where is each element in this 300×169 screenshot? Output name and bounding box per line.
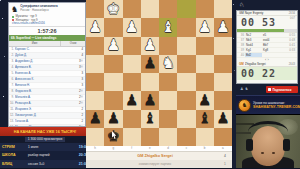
square-f8[interactable]	[123, 128, 141, 146]
square-e1[interactable]	[141, 0, 159, 18]
player-points: 3	[63, 83, 85, 88]
square-g3[interactable]: ♟	[104, 37, 122, 55]
player-points: 3	[63, 71, 85, 76]
black-player-name: Zhigalko Sergei	[245, 62, 289, 66]
white-pawn: ♟	[143, 38, 156, 53]
square-h1[interactable]	[86, 0, 104, 18]
headphones-band-icon	[248, 121, 288, 143]
subscribe-play-icon	[268, 88, 272, 92]
schedule-label: СТРИМ	[2, 145, 28, 149]
black-move[interactable]: Bb7	[262, 43, 279, 47]
square-g1[interactable]: ♚	[104, 0, 122, 18]
white-clock: 00 53 0:07	[237, 16, 297, 29]
caption-number-2: 1	[224, 162, 232, 166]
chess-board: ♚♟♟♝♟♟♟♟♟♞♟♟♟♟♟♝♝♟♚	[86, 0, 232, 146]
move-time: 0:41	[279, 43, 297, 47]
column-name: Имя	[9, 41, 61, 46]
square-b5[interactable]	[196, 73, 214, 91]
player-points: 2½	[63, 89, 85, 94]
promo-overlay: НА КАНАЛЕ НАС УЖЕ 16 ТЫСЯЧ! 1 300 000 пр…	[0, 127, 90, 168]
square-f5[interactable]	[123, 73, 141, 91]
player-points: 3½	[63, 59, 85, 64]
black-move[interactable]: e5	[262, 33, 279, 37]
streamer-eye	[261, 152, 264, 154]
white-king: ♚	[107, 2, 120, 17]
time-progress-bar	[237, 29, 297, 32]
square-c6[interactable]	[177, 91, 195, 109]
square-d8[interactable]	[159, 128, 177, 146]
move-number: 38	[237, 43, 245, 47]
schedule-row: БЛИЦсессия 3+021:00	[0, 160, 90, 168]
square-a7[interactable]: ♟	[214, 110, 232, 128]
square-e7[interactable]: ♝	[141, 110, 159, 128]
caption-subtext: комментирует партию	[86, 162, 224, 166]
white-clock-time: 00 53	[241, 17, 276, 28]
round-timer: 1:57:26	[9, 26, 85, 35]
white-pawn: ♟	[88, 20, 101, 35]
player-link[interactable]: Дубов Д.	[15, 53, 63, 58]
move-list: 36Nc2e50:5537Nb3exd40:4838Nxd4Bb70:4139K…	[237, 32, 297, 58]
player-points: 2	[63, 119, 85, 124]
standings-table: 1.Карякин С.42.Дубов Д.43.Андрейкин Д.3½…	[9, 47, 85, 127]
player-points: 3	[63, 77, 85, 82]
background-stars	[0, 0, 1, 1]
square-d6[interactable]	[159, 91, 177, 109]
black-pawn: ♟	[125, 93, 138, 108]
green-dot-icon	[12, 16, 14, 18]
knight-corner-icon: ♘	[239, 1, 244, 8]
player-link[interactable]: Карякин С.	[15, 47, 63, 52]
square-b7[interactable]: ♝	[196, 110, 214, 128]
square-b3[interactable]	[196, 37, 214, 55]
schedule-table: СТРИМ1 июля19:00ШКОЛАразбор партий20:30Б…	[0, 143, 90, 168]
black-pawn: ♟	[107, 111, 120, 126]
headphone-cup-left	[246, 139, 253, 151]
black-pawn: ♟	[198, 93, 211, 108]
square-e4[interactable]: ♟	[141, 55, 159, 73]
move-time: 0:33	[279, 48, 297, 52]
square-h5[interactable]	[86, 73, 104, 91]
black-clock: 00 22	[237, 67, 297, 80]
tournament-card: ♞ Суперфинал чемпионата России · Новосиб…	[8, 2, 86, 127]
views-count: 1 300 000 просмотров	[25, 137, 66, 142]
white-move[interactable]: Nxd4	[245, 43, 262, 47]
square-c2[interactable]	[177, 18, 195, 36]
square-d2[interactable]: ♝	[159, 18, 177, 36]
black-king: ♚	[107, 129, 120, 144]
square-c3[interactable]	[177, 37, 195, 55]
square-g4[interactable]	[104, 55, 122, 73]
white-player-rating: 2634	[289, 11, 295, 15]
square-e3[interactable]: ♟	[141, 37, 159, 55]
square-e6[interactable]: ♟	[141, 91, 159, 109]
black-clock-time: 00 22	[241, 68, 276, 79]
schedule-description: сессия 3+0	[28, 162, 79, 166]
move-time: 0:55	[279, 33, 297, 37]
black-move[interactable]	[262, 53, 279, 57]
headphone-cup-right	[283, 139, 290, 151]
square-d5[interactable]	[159, 73, 177, 91]
board-caption-primary: GM Zhigalko Sergei 4	[86, 151, 232, 160]
player-points: 2½	[63, 101, 85, 106]
schedule-description: разбор партий	[28, 153, 79, 157]
player-link[interactable]: Гоганов А.	[15, 119, 63, 124]
black-pawn: ♟	[143, 93, 156, 108]
white-knight: ♞	[161, 56, 174, 71]
square-h7[interactable]: ♟	[86, 110, 104, 128]
caption-number: 4	[224, 154, 232, 158]
black-pawn: ♟	[216, 111, 229, 126]
gm-tag: GM	[239, 62, 244, 66]
white-pawn: ♟	[125, 20, 138, 35]
player-link[interactable]: Андрейкин Д.	[15, 59, 63, 64]
player-points: 2	[63, 107, 85, 112]
column-points: Очки	[61, 41, 85, 46]
white-pawn: ♟	[198, 20, 211, 35]
white-bishop: ♝	[161, 20, 174, 35]
move-number: 36	[237, 33, 245, 37]
square-d7[interactable]	[159, 110, 177, 128]
lessons-site: SHAHMATNY-TRENER.COM	[253, 105, 300, 110]
schedule-description: 1 июля	[28, 145, 79, 149]
player-link[interactable]: Есипенко А.	[15, 71, 63, 76]
game-info-panel: GM Najer Evgeniy 2634 00 53 0:07 36Nc2e5…	[236, 10, 298, 84]
square-a5[interactable]	[214, 73, 232, 91]
white-move[interactable]: Nb3	[245, 38, 262, 42]
player-link[interactable]: Хисматуллин Д.	[15, 113, 63, 118]
square-g8[interactable]: ♚	[104, 128, 122, 146]
square-h6[interactable]	[86, 91, 104, 109]
square-g6[interactable]	[104, 91, 122, 109]
square-f3[interactable]	[123, 37, 141, 55]
square-b6[interactable]: ♟	[196, 91, 214, 109]
white-pawn: ♟	[216, 20, 229, 35]
square-h3[interactable]	[86, 37, 104, 55]
views-strip: 1 300 000 просмотров	[0, 136, 90, 143]
subscriber-banner-text: НА КАНАЛЕ НАС УЖЕ 16 ТЫСЯЧ!	[14, 130, 77, 134]
square-f4[interactable]	[123, 55, 141, 73]
player-link[interactable]: Артемьев В.	[15, 65, 63, 70]
square-g2[interactable]	[104, 18, 122, 36]
square-f2[interactable]: ♟	[123, 18, 141, 36]
black-player-rating: 2643	[289, 62, 295, 66]
stream-frame: ♞ Суперфинал чемпионата России · Новосиб…	[0, 0, 300, 168]
player-points: 2	[63, 113, 85, 118]
square-b8[interactable]	[196, 128, 214, 146]
white-clock-increment: 0:07	[290, 17, 295, 20]
square-a2[interactable]: ♟	[214, 18, 232, 36]
square-d4[interactable]: ♞	[159, 55, 177, 73]
square-c4[interactable]	[177, 55, 195, 73]
black-move[interactable]: Kg8	[262, 48, 279, 52]
square-f7[interactable]	[123, 110, 141, 128]
square-a6[interactable]	[214, 91, 232, 109]
move-time	[279, 53, 297, 57]
black-bishop: ♝	[198, 111, 211, 126]
move-number: 40	[237, 53, 245, 57]
player-link[interactable]: Федосеев В.	[15, 89, 63, 94]
schedule-row: СТРИМ1 июля19:00	[0, 143, 90, 151]
player-link[interactable]: Мотылёв А.	[15, 95, 63, 100]
player-link[interactable]: Алексеенко К.	[15, 77, 63, 82]
player-points: 4	[63, 47, 85, 52]
black-bishop: ♝	[143, 111, 156, 126]
player-points: 3½	[63, 65, 85, 70]
square-c8[interactable]	[177, 128, 195, 146]
black-pawn: ♟	[143, 56, 156, 71]
square-e8[interactable]	[141, 128, 159, 146]
white-move[interactable]: Kg1	[245, 48, 262, 52]
player-link[interactable]: Инаркиев Э.	[15, 107, 63, 112]
player-link[interactable]: Рязанцев А.	[15, 101, 63, 106]
webcam-view	[236, 115, 300, 168]
square-c5[interactable]	[177, 73, 195, 91]
subscribe-label: Подписаться	[273, 88, 292, 92]
square-a3[interactable]	[214, 37, 232, 55]
square-c7[interactable]	[177, 110, 195, 128]
lessons-banner[interactable]: ♞ Уроки по шахматам: SHAHMATNY-TRENER.CO…	[236, 95, 300, 115]
player-link[interactable]: Витюгов Н.	[15, 83, 63, 88]
time-progress-fill	[237, 29, 284, 32]
schedule-label: ШКОЛА	[2, 153, 28, 157]
captured-pieces: ♟ ♞	[240, 86, 248, 91]
player-points: 4	[63, 53, 85, 58]
square-d1[interactable]	[159, 0, 177, 18]
channel-logo-icon: ♞	[238, 99, 251, 112]
white-player-name: GM Najer Evgeniy	[239, 11, 289, 15]
square-e2[interactable]	[141, 18, 159, 36]
square-d3[interactable]	[159, 37, 177, 55]
black-pawn: ♟	[88, 111, 101, 126]
schedule-row: ШКОЛАразбор партий20:30	[0, 151, 90, 159]
player-points: 2½	[63, 95, 85, 100]
subscriber-banner: НА КАНАЛЕ НАС УЖЕ 16 ТЫСЯЧ!	[0, 127, 90, 136]
square-f6[interactable]: ♟	[123, 91, 141, 109]
square-f1[interactable]	[123, 0, 141, 18]
white-move[interactable]: Bd2	[245, 53, 262, 57]
square-h4[interactable]	[86, 55, 104, 73]
knight-logo-icon: ♞	[11, 5, 18, 14]
square-a8[interactable]	[214, 128, 232, 146]
board-caption-secondary: комментирует партию 1	[86, 160, 232, 169]
square-h2[interactable]: ♟	[86, 18, 104, 36]
square-c1[interactable]	[177, 0, 195, 18]
white-move[interactable]: Nc2	[245, 33, 262, 37]
square-b1[interactable]	[196, 0, 214, 18]
white-pawn: ♟	[107, 38, 120, 53]
schedule-label: БЛИЦ	[2, 162, 28, 166]
square-e5[interactable]	[141, 73, 159, 91]
commentator-name: GM Zhigalko Sergei	[86, 154, 224, 158]
move-time: 0:48	[279, 38, 297, 42]
square-a1[interactable]	[214, 0, 232, 18]
subscribe-button[interactable]: Подписаться	[266, 86, 298, 93]
square-h8[interactable]	[86, 128, 104, 146]
square-g7[interactable]: ♟	[104, 110, 122, 128]
move-number: 37	[237, 38, 245, 42]
black-move[interactable]: exd4	[262, 38, 279, 42]
square-b2[interactable]: ♟	[196, 18, 214, 36]
tournament-subtitle: России · Новосибирск	[20, 9, 58, 12]
square-g5[interactable]	[104, 73, 122, 91]
streamer-eye	[272, 152, 275, 154]
move-number: 39	[237, 48, 245, 52]
square-b4[interactable]	[196, 55, 214, 73]
square-a4[interactable]	[214, 55, 232, 73]
